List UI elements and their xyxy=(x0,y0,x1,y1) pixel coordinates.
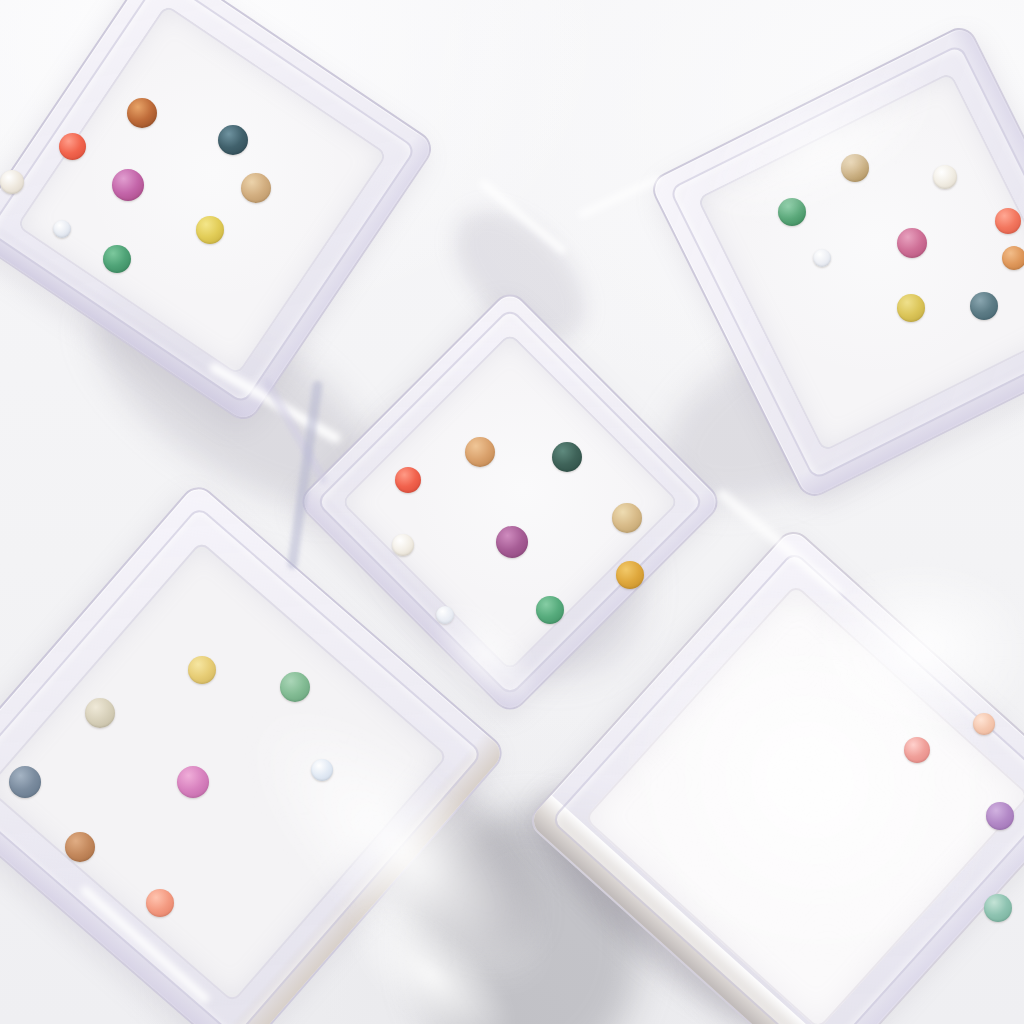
gem-pearl xyxy=(933,165,957,189)
gem-cats-eye xyxy=(85,698,115,728)
gem-diamond xyxy=(311,759,333,781)
gem-blue-sapphire xyxy=(9,766,41,798)
gem-emerald xyxy=(103,245,131,273)
gem-ruby xyxy=(496,526,528,558)
gem-yellow-sapphire xyxy=(897,294,925,322)
gem-blue-sapphire xyxy=(970,292,998,320)
gem-yellow-sapphire xyxy=(188,656,216,684)
gem-ruby xyxy=(177,766,209,798)
gem-hessonite xyxy=(465,437,495,467)
gem-pearl xyxy=(0,170,24,194)
gem-diamond xyxy=(436,606,454,624)
gem-blue-sapphire xyxy=(552,442,582,472)
gem-emerald xyxy=(778,198,806,226)
gem-cats-eye xyxy=(841,154,869,182)
gem-yellow-sapphire xyxy=(196,216,224,244)
gem-yellow-sapphire xyxy=(616,561,644,589)
wrap-crinkle-highlight xyxy=(578,174,663,218)
gem-box-top-left xyxy=(0,0,438,426)
gem-emerald xyxy=(280,672,310,702)
gem-coral xyxy=(395,467,421,493)
gem-hessonite xyxy=(973,713,995,735)
gem-diamond xyxy=(813,249,831,267)
gem-cats-eye xyxy=(612,503,642,533)
gem-ruby xyxy=(112,169,144,201)
gem-cats-eye xyxy=(241,173,271,203)
gem-emerald xyxy=(536,596,564,624)
gem-coral xyxy=(146,889,174,917)
gem-hessonite xyxy=(65,832,95,862)
gem-emerald xyxy=(984,894,1012,922)
gem-hessonite xyxy=(1002,246,1024,270)
box-tray-top-left xyxy=(15,3,388,376)
gem-ruby xyxy=(897,228,927,258)
gem-ruby xyxy=(986,802,1014,830)
gem-pearl xyxy=(392,534,414,556)
gem-diamond xyxy=(53,220,71,238)
gem-blue-sapphire xyxy=(218,125,248,155)
gem-coral xyxy=(59,133,86,160)
photo-stage xyxy=(0,0,1024,1024)
gem-hessonite xyxy=(127,98,157,128)
gem-coral xyxy=(995,208,1021,234)
gem-coral xyxy=(904,737,930,763)
box-tray-bottom-left xyxy=(0,541,448,1004)
